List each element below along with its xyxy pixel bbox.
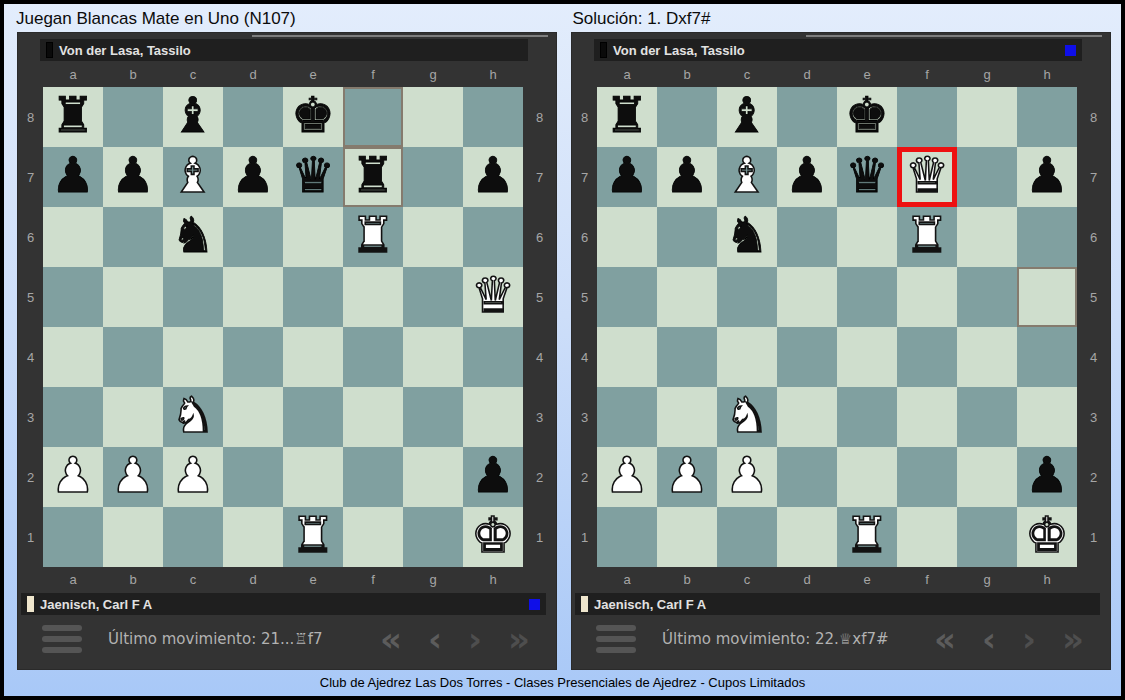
- chess-board: ♜♝♚♟♟♝♟♛♜♟♞♜♛♞♟♟♟♟♜♚: [43, 87, 523, 567]
- file-label-a: a: [43, 572, 103, 587]
- black-pawn: ♟: [463, 147, 523, 207]
- square-g6[interactable]: [403, 207, 463, 267]
- square-e2[interactable]: [283, 447, 343, 507]
- square-a7[interactable]: ♟: [43, 147, 103, 207]
- square-g4[interactable]: [957, 327, 1017, 387]
- black-pawn: ♟: [1017, 447, 1077, 507]
- file-label-d: d: [223, 572, 283, 587]
- rank-labels-right: 87654321: [523, 87, 556, 567]
- rank-label-7: 7: [523, 147, 556, 207]
- file-labels-top: abcdefgh: [572, 61, 1110, 87]
- black-pawn: ♟: [103, 147, 163, 207]
- nav-last-button[interactable]: »: [1062, 622, 1084, 656]
- rank-label-3: 3: [1077, 387, 1110, 447]
- square-b8[interactable]: [657, 87, 717, 147]
- file-label-g: g: [403, 67, 463, 82]
- square-g5[interactable]: [957, 267, 1017, 327]
- square-e3[interactable]: [837, 387, 897, 447]
- square-f7[interactable]: ♛: [897, 147, 957, 207]
- square-d4[interactable]: [223, 327, 283, 387]
- square-b6[interactable]: [657, 207, 717, 267]
- nav-prev-button[interactable]: ‹: [428, 622, 442, 656]
- square-h6[interactable]: [1017, 207, 1077, 267]
- square-a2[interactable]: ♟: [597, 447, 657, 507]
- square-a1[interactable]: [597, 507, 657, 567]
- black-rook: ♜: [597, 87, 657, 147]
- rank-labels-left: 87654321: [18, 87, 43, 567]
- rank-label-6: 6: [523, 207, 556, 267]
- file-label-f: f: [343, 572, 403, 587]
- square-g7[interactable]: [403, 147, 463, 207]
- square-a4[interactable]: [43, 327, 103, 387]
- square-g3[interactable]: [403, 387, 463, 447]
- square-a6[interactable]: [43, 207, 103, 267]
- rank-label-5: 5: [572, 267, 597, 327]
- square-f8[interactable]: [897, 87, 957, 147]
- square-c4[interactable]: [163, 327, 223, 387]
- file-label-h: h: [463, 572, 523, 587]
- controls-bar: Último movimiento: 21...♖f7 « ‹ › »: [18, 615, 556, 669]
- square-d6[interactable]: [777, 207, 837, 267]
- black-color-chip: [46, 42, 53, 58]
- rank-label-8: 8: [572, 87, 597, 147]
- square-c1[interactable]: [163, 507, 223, 567]
- rank-labels-right: 87654321: [1077, 87, 1110, 567]
- last-move-label: Último movimiento: 21...♖f7: [108, 630, 380, 648]
- file-label-c: c: [717, 572, 777, 587]
- black-king: ♚: [283, 87, 343, 147]
- square-d3[interactable]: [777, 387, 837, 447]
- square-g2[interactable]: [403, 447, 463, 507]
- bottom-player-name: Jaenisch, Carl F A: [40, 597, 523, 612]
- board-panel-solution: Von der Lasa, Tassilo abcdefgh 87654321 …: [572, 33, 1110, 669]
- rank-label-7: 7: [18, 147, 43, 207]
- nav-first-button[interactable]: «: [934, 622, 956, 656]
- white-rook: ♜: [897, 207, 957, 267]
- nav-last-button[interactable]: »: [508, 622, 530, 656]
- square-d5[interactable]: [777, 267, 837, 327]
- black-pawn: ♟: [223, 147, 283, 207]
- square-h6[interactable]: [463, 207, 523, 267]
- square-e1[interactable]: ♜: [283, 507, 343, 567]
- square-f5[interactable]: [343, 267, 403, 327]
- square-h7[interactable]: ♟: [1017, 147, 1077, 207]
- square-f2[interactable]: [897, 447, 957, 507]
- square-f1[interactable]: [343, 507, 403, 567]
- square-c6[interactable]: ♞: [717, 207, 777, 267]
- rank-label-4: 4: [18, 327, 43, 387]
- file-label-f: f: [343, 67, 403, 82]
- file-label-d: d: [223, 67, 283, 82]
- black-pawn: ♟: [463, 447, 523, 507]
- black-pawn: ♟: [657, 147, 717, 207]
- square-h2[interactable]: ♟: [1017, 447, 1077, 507]
- panel-top-line: [252, 35, 548, 37]
- square-d1[interactable]: [777, 507, 837, 567]
- square-f8[interactable]: [343, 87, 403, 147]
- square-f3[interactable]: [897, 387, 957, 447]
- black-bishop: ♝: [163, 87, 223, 147]
- square-f1[interactable]: [897, 507, 957, 567]
- file-label-d: d: [777, 67, 837, 82]
- square-e2[interactable]: [837, 447, 897, 507]
- square-e6[interactable]: [837, 207, 897, 267]
- white-rook: ♜: [283, 507, 343, 567]
- white-king: ♚: [463, 507, 523, 567]
- square-h4[interactable]: [463, 327, 523, 387]
- square-b5[interactable]: [657, 267, 717, 327]
- white-king: ♚: [1017, 507, 1077, 567]
- file-label-b: b: [103, 572, 163, 587]
- square-a8[interactable]: ♜: [43, 87, 103, 147]
- square-a5[interactable]: [597, 267, 657, 327]
- square-b8[interactable]: [103, 87, 163, 147]
- square-e1[interactable]: ♜: [837, 507, 897, 567]
- square-h2[interactable]: ♟: [463, 447, 523, 507]
- square-b4[interactable]: [657, 327, 717, 387]
- white-knight: ♞: [163, 387, 223, 447]
- file-label-e: e: [837, 67, 897, 82]
- square-b2[interactable]: ♟: [103, 447, 163, 507]
- square-b2[interactable]: ♟: [657, 447, 717, 507]
- square-a1[interactable]: [43, 507, 103, 567]
- square-b3[interactable]: [103, 387, 163, 447]
- square-b7[interactable]: ♟: [657, 147, 717, 207]
- square-g7[interactable]: [957, 147, 1017, 207]
- square-e4[interactable]: [837, 327, 897, 387]
- square-g5[interactable]: [403, 267, 463, 327]
- nav-prev-button[interactable]: ‹: [982, 622, 996, 656]
- black-pawn: ♟: [43, 147, 103, 207]
- square-g8[interactable]: [957, 87, 1017, 147]
- square-a8[interactable]: ♜: [597, 87, 657, 147]
- square-d2[interactable]: [223, 447, 283, 507]
- menu-icon[interactable]: [42, 625, 82, 653]
- white-bishop: ♝: [163, 147, 223, 207]
- square-h3[interactable]: [1017, 387, 1077, 447]
- black-knight: ♞: [717, 207, 777, 267]
- file-label-e: e: [283, 572, 343, 587]
- file-label-d: d: [777, 572, 837, 587]
- square-c6[interactable]: ♞: [163, 207, 223, 267]
- rank-label-2: 2: [18, 447, 43, 507]
- square-c8[interactable]: ♝: [163, 87, 223, 147]
- square-d8[interactable]: [777, 87, 837, 147]
- site-footer: Club de Ajedrez Las Dos Torres - Clases …: [4, 669, 1121, 696]
- square-f2[interactable]: [343, 447, 403, 507]
- square-h3[interactable]: [463, 387, 523, 447]
- square-g3[interactable]: [957, 387, 1017, 447]
- file-label-h: h: [1017, 572, 1077, 587]
- rank-label-6: 6: [572, 207, 597, 267]
- white-bishop: ♝: [717, 147, 777, 207]
- file-label-e: e: [283, 67, 343, 82]
- square-e6[interactable]: [283, 207, 343, 267]
- white-color-chip: [581, 596, 588, 612]
- top-player-name: Von der Lasa, Tassilo: [613, 43, 1059, 58]
- square-c3[interactable]: ♞: [163, 387, 223, 447]
- white-pawn: ♟: [103, 447, 163, 507]
- square-h5[interactable]: [1017, 267, 1077, 327]
- rank-label-2: 2: [523, 447, 556, 507]
- titles-row: Juegan Blancas Mate en Uno (N107) Soluci…: [4, 4, 1121, 33]
- rank-label-1: 1: [1077, 507, 1110, 567]
- chess-board: ♜♝♚♟♟♝♟♛♛♟♞♜♞♟♟♟♟♜♚: [597, 87, 1077, 567]
- square-a2[interactable]: ♟: [43, 447, 103, 507]
- square-f6[interactable]: ♜: [897, 207, 957, 267]
- square-a7[interactable]: ♟: [597, 147, 657, 207]
- square-b1[interactable]: [657, 507, 717, 567]
- square-h8[interactable]: [463, 87, 523, 147]
- controls-bar: Último movimiento: 22.♕xf7# « ‹ › »: [572, 615, 1110, 669]
- square-h8[interactable]: [1017, 87, 1077, 147]
- square-d6[interactable]: [223, 207, 283, 267]
- rank-label-4: 4: [1077, 327, 1110, 387]
- file-label-a: a: [43, 67, 103, 82]
- rank-label-3: 3: [523, 387, 556, 447]
- menu-icon[interactable]: [596, 625, 636, 653]
- file-labels-top: abcdefgh: [18, 61, 556, 87]
- turn-indicator: [529, 599, 540, 610]
- square-b7[interactable]: ♟: [103, 147, 163, 207]
- file-label-c: c: [163, 572, 223, 587]
- square-b1[interactable]: [103, 507, 163, 567]
- black-pawn: ♟: [1017, 147, 1077, 207]
- square-g4[interactable]: [403, 327, 463, 387]
- black-rook: ♜: [43, 87, 103, 147]
- white-pawn: ♟: [657, 447, 717, 507]
- rank-label-1: 1: [18, 507, 43, 567]
- bottom-player-name: Jaenisch, Carl F A: [594, 597, 1077, 612]
- square-e8[interactable]: ♚: [283, 87, 343, 147]
- square-e4[interactable]: [283, 327, 343, 387]
- black-bishop: ♝: [717, 87, 777, 147]
- rank-label-8: 8: [523, 87, 556, 147]
- square-d8[interactable]: [223, 87, 283, 147]
- file-label-e: e: [837, 572, 897, 587]
- square-f3[interactable]: [343, 387, 403, 447]
- white-pawn: ♟: [43, 447, 103, 507]
- white-rook: ♜: [343, 207, 403, 267]
- file-label-h: h: [1017, 67, 1077, 82]
- file-label-a: a: [597, 67, 657, 82]
- file-labels-bottom: abcdefgh: [18, 567, 556, 591]
- square-e7[interactable]: ♛: [837, 147, 897, 207]
- square-b6[interactable]: [103, 207, 163, 267]
- file-label-g: g: [403, 572, 463, 587]
- square-f5[interactable]: [897, 267, 957, 327]
- rank-label-5: 5: [523, 267, 556, 327]
- black-rook: ♜: [343, 147, 403, 207]
- rank-label-3: 3: [572, 387, 597, 447]
- rank-label-4: 4: [523, 327, 556, 387]
- nav-next-button[interactable]: ›: [1022, 622, 1036, 656]
- rank-label-4: 4: [572, 327, 597, 387]
- square-c8[interactable]: ♝: [717, 87, 777, 147]
- square-b5[interactable]: [103, 267, 163, 327]
- square-c7[interactable]: ♝: [717, 147, 777, 207]
- square-g1[interactable]: [403, 507, 463, 567]
- panel-top-line: [806, 35, 1102, 37]
- square-a6[interactable]: [597, 207, 657, 267]
- file-label-b: b: [103, 67, 163, 82]
- square-e5[interactable]: [837, 267, 897, 327]
- bottom-player-bar: Jaenisch, Carl F A: [21, 593, 546, 615]
- top-player-bar: Von der Lasa, Tassilo: [594, 39, 1082, 61]
- file-label-c: c: [163, 67, 223, 82]
- black-king: ♚: [837, 87, 897, 147]
- white-rook: ♜: [837, 507, 897, 567]
- white-pawn: ♟: [597, 447, 657, 507]
- square-d7[interactable]: ♟: [223, 147, 283, 207]
- top-player-bar: Von der Lasa, Tassilo: [40, 39, 528, 61]
- rank-label-6: 6: [18, 207, 43, 267]
- file-label-c: c: [717, 67, 777, 82]
- square-c3[interactable]: ♞: [717, 387, 777, 447]
- square-h1[interactable]: ♚: [1017, 507, 1077, 567]
- square-g2[interactable]: [957, 447, 1017, 507]
- rank-label-8: 8: [18, 87, 43, 147]
- white-queen: ♛: [897, 147, 957, 207]
- white-knight: ♞: [717, 387, 777, 447]
- rank-label-1: 1: [523, 507, 556, 567]
- square-b3[interactable]: [657, 387, 717, 447]
- nav-first-button[interactable]: «: [380, 622, 402, 656]
- white-pawn: ♟: [717, 447, 777, 507]
- white-pawn: ♟: [163, 447, 223, 507]
- square-c5[interactable]: [717, 267, 777, 327]
- file-label-b: b: [657, 67, 717, 82]
- square-e3[interactable]: [283, 387, 343, 447]
- rank-label-2: 2: [572, 447, 597, 507]
- square-e7[interactable]: ♛: [283, 147, 343, 207]
- square-h1[interactable]: ♚: [463, 507, 523, 567]
- black-pawn: ♟: [597, 147, 657, 207]
- square-e5[interactable]: [283, 267, 343, 327]
- square-d1[interactable]: [223, 507, 283, 567]
- square-e8[interactable]: ♚: [837, 87, 897, 147]
- board-panel-puzzle: Von der Lasa, Tassilo abcdefgh 87654321 …: [18, 33, 556, 669]
- square-c2[interactable]: ♟: [717, 447, 777, 507]
- square-g6[interactable]: [957, 207, 1017, 267]
- square-d4[interactable]: [777, 327, 837, 387]
- black-queen: ♛: [837, 147, 897, 207]
- turn-indicator: [1065, 45, 1076, 56]
- square-d2[interactable]: [777, 447, 837, 507]
- solution-title: Solución: 1. Dxf7#: [563, 9, 1122, 29]
- rank-label-3: 3: [18, 387, 43, 447]
- black-pawn: ♟: [777, 147, 837, 207]
- square-b4[interactable]: [103, 327, 163, 387]
- rank-label-7: 7: [1077, 147, 1110, 207]
- black-queen: ♛: [283, 147, 343, 207]
- boards-container: Von der Lasa, Tassilo abcdefgh 87654321 …: [4, 33, 1121, 669]
- file-label-f: f: [897, 67, 957, 82]
- square-d3[interactable]: [223, 387, 283, 447]
- square-a3[interactable]: [597, 387, 657, 447]
- white-queen: ♛: [463, 267, 523, 327]
- square-g1[interactable]: [957, 507, 1017, 567]
- file-labels-bottom: abcdefgh: [572, 567, 1110, 591]
- rank-label-7: 7: [572, 147, 597, 207]
- black-color-chip: [600, 42, 607, 58]
- square-c1[interactable]: [717, 507, 777, 567]
- square-f7[interactable]: ♜: [343, 147, 403, 207]
- top-player-name: Von der Lasa, Tassilo: [59, 43, 505, 58]
- nav-next-button[interactable]: ›: [468, 622, 482, 656]
- square-c4[interactable]: [717, 327, 777, 387]
- rank-label-6: 6: [1077, 207, 1110, 267]
- rank-label-5: 5: [18, 267, 43, 327]
- file-label-g: g: [957, 67, 1017, 82]
- square-f6[interactable]: ♜: [343, 207, 403, 267]
- square-c5[interactable]: [163, 267, 223, 327]
- square-g8[interactable]: [403, 87, 463, 147]
- file-label-h: h: [463, 67, 523, 82]
- square-d7[interactable]: ♟: [777, 147, 837, 207]
- rank-label-8: 8: [1077, 87, 1110, 147]
- file-label-b: b: [657, 572, 717, 587]
- square-f4[interactable]: [897, 327, 957, 387]
- square-h4[interactable]: [1017, 327, 1077, 387]
- puzzle-title: Juegan Blancas Mate en Uno (N107): [4, 9, 563, 29]
- file-label-g: g: [957, 572, 1017, 587]
- black-knight: ♞: [163, 207, 223, 267]
- square-a5[interactable]: [43, 267, 103, 327]
- square-a4[interactable]: [597, 327, 657, 387]
- white-color-chip: [27, 596, 34, 612]
- footer-text: Club de Ajedrez Las Dos Torres - Clases …: [320, 675, 805, 690]
- square-c2[interactable]: ♟: [163, 447, 223, 507]
- square-a3[interactable]: [43, 387, 103, 447]
- rank-label-1: 1: [572, 507, 597, 567]
- square-d5[interactable]: [223, 267, 283, 327]
- file-label-f: f: [897, 572, 957, 587]
- rank-labels-left: 87654321: [572, 87, 597, 567]
- bottom-player-bar: Jaenisch, Carl F A: [575, 593, 1100, 615]
- square-h7[interactable]: ♟: [463, 147, 523, 207]
- rank-label-5: 5: [1077, 267, 1110, 327]
- square-c7[interactable]: ♝: [163, 147, 223, 207]
- square-f4[interactable]: [343, 327, 403, 387]
- square-h5[interactable]: ♛: [463, 267, 523, 327]
- file-label-a: a: [597, 572, 657, 587]
- last-move-label: Último movimiento: 22.♕xf7#: [662, 630, 934, 648]
- rank-label-2: 2: [1077, 447, 1110, 507]
